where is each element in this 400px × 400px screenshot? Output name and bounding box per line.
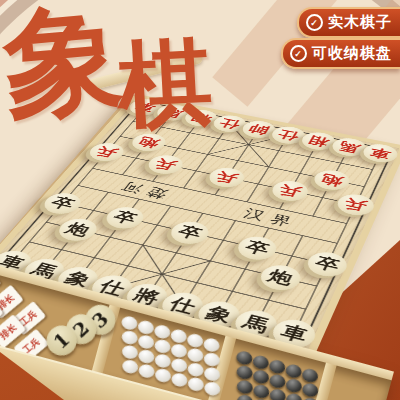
go-stone-black[interactable] <box>235 379 254 396</box>
go-stone-black[interactable] <box>268 358 287 375</box>
disc-number: 1 <box>49 328 74 353</box>
go-stone-white[interactable] <box>153 323 172 340</box>
piece-character: 兵 <box>213 170 240 185</box>
piece-character: 仕 <box>217 117 242 130</box>
go-stone-black[interactable] <box>268 388 287 400</box>
go-stone-black[interactable] <box>301 367 320 384</box>
go-stone-white[interactable] <box>137 363 156 380</box>
go-stone-white[interactable] <box>170 342 189 359</box>
piece-character: 兵 <box>342 197 369 213</box>
river-text-chu-he: 楚河 <box>113 178 171 201</box>
piece-character: 兵 <box>277 183 304 199</box>
piece-character: 仕 <box>276 128 301 141</box>
piece-character: 帥 <box>246 123 271 136</box>
go-stone-white[interactable] <box>137 334 156 351</box>
go-stone-white[interactable] <box>154 367 173 384</box>
badge-label: 可收纳棋盘 <box>312 44 392 63</box>
go-stone-white[interactable] <box>186 332 205 349</box>
go-stone-white[interactable] <box>186 361 205 378</box>
go-stone-black[interactable] <box>235 350 254 367</box>
go-stone-black[interactable] <box>285 392 304 400</box>
badge-label: 实木棋子 <box>328 13 392 32</box>
go-stone-black[interactable] <box>252 369 271 386</box>
piece-character: 卒 <box>175 224 204 241</box>
river-text-han-jie: 汉界 <box>241 206 301 231</box>
piece-character: 炮 <box>319 172 345 187</box>
go-stone-white[interactable] <box>170 357 189 374</box>
product-title-char-qi: 棋 <box>116 34 215 133</box>
go-stone-white[interactable] <box>186 347 205 364</box>
go-stone-black[interactable] <box>252 383 271 400</box>
piece-character: 相 <box>306 134 331 148</box>
product-photo-stage: 楚河 汉界 車馬相仕帥仕相馬車炮炮兵兵兵兵兵卒卒卒卒卒炮炮車馬象仕將仕象馬車 工… <box>0 0 400 400</box>
go-stone-black[interactable] <box>284 363 303 380</box>
piece-character: 卒 <box>110 209 140 226</box>
piece-character: 卒 <box>242 239 271 257</box>
go-stone-black[interactable] <box>236 393 255 400</box>
go-stone-white[interactable] <box>121 344 140 361</box>
go-stone-black[interactable] <box>235 364 254 381</box>
check-circle-icon: ✓ <box>306 14 323 31</box>
tile-label: 排长 <box>0 321 19 343</box>
piece-character: 兵 <box>93 145 120 159</box>
piece-character: 卒 <box>48 195 78 211</box>
go-stone-white[interactable] <box>186 376 205 393</box>
go-stone-white[interactable] <box>120 329 139 346</box>
go-stone-black[interactable] <box>284 377 303 394</box>
go-stone-white[interactable] <box>137 348 156 365</box>
go-stone-black[interactable] <box>251 354 270 371</box>
go-stone-white[interactable] <box>153 353 172 370</box>
go-stone-white[interactable] <box>137 319 156 336</box>
go-stone-black[interactable] <box>268 373 287 390</box>
go-stone-white[interactable] <box>121 358 140 375</box>
product-title-char-xiang: 象 <box>0 0 127 125</box>
piece-character: 卒 <box>313 255 342 274</box>
tile-label: 排长 <box>0 291 17 313</box>
go-stone-white[interactable] <box>153 338 172 355</box>
piece-character: 車 <box>368 146 393 160</box>
check-circle-icon: ✓ <box>290 45 307 62</box>
piece-character: 兵 <box>152 157 179 172</box>
go-stone-white[interactable] <box>169 328 188 345</box>
piece-character: 馬 <box>337 140 362 154</box>
piece-character: 炮 <box>63 221 93 238</box>
go-stone-white[interactable] <box>170 372 189 389</box>
feature-badge-storable: ✓ 可收纳棋盘 <box>281 38 400 69</box>
go-stone-white[interactable] <box>120 315 139 332</box>
go-stone-white[interactable] <box>202 337 221 354</box>
piece-character: 炮 <box>265 268 295 287</box>
feature-badge-solid-wood: ✓ 实木棋子 <box>297 7 400 38</box>
